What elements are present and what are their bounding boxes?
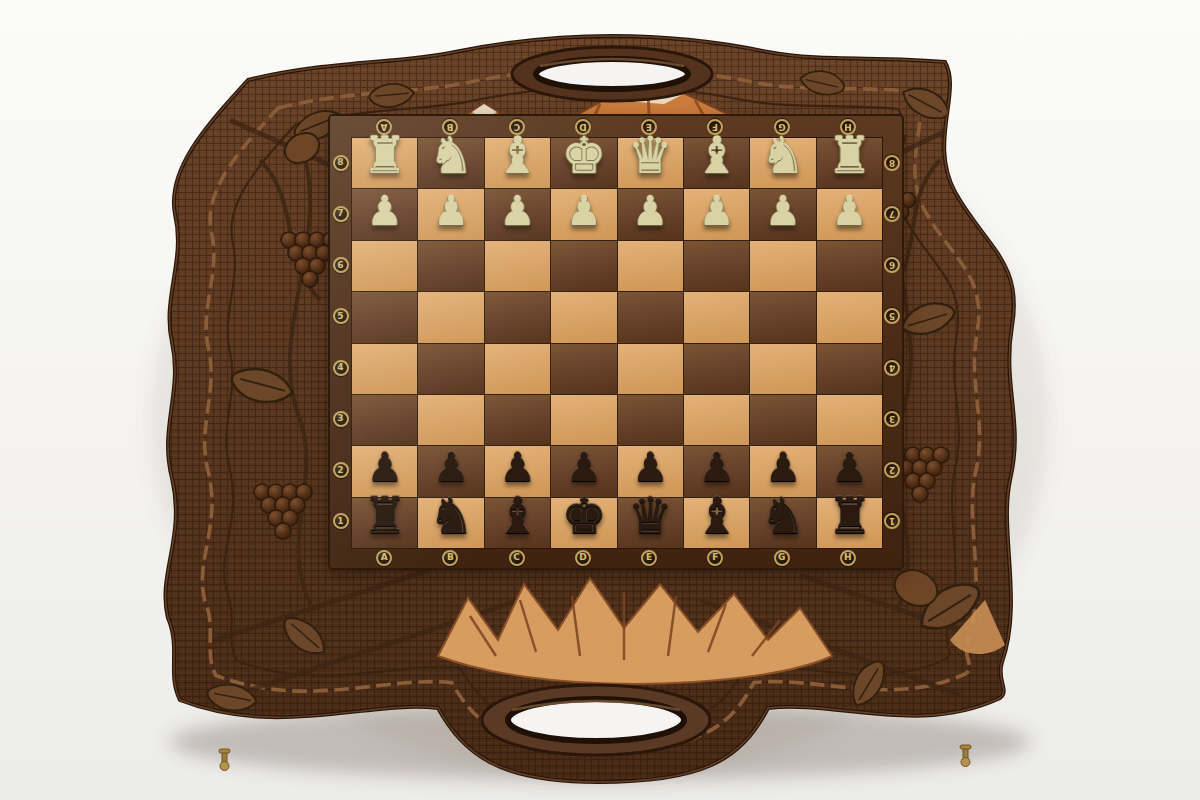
square-a7[interactable]: ♟ xyxy=(352,189,417,239)
white-knight-b8[interactable]: ♞ xyxy=(429,131,474,181)
square-g7[interactable]: ♟ xyxy=(750,189,815,239)
black-queen-e1[interactable]: ♛ xyxy=(628,491,673,541)
black-pawn-b2[interactable]: ♟ xyxy=(433,447,469,487)
top-handle[interactable] xyxy=(512,47,712,101)
file-label-g: G xyxy=(774,550,790,566)
square-g3[interactable] xyxy=(750,395,815,445)
white-pawn-e7[interactable]: ♟ xyxy=(632,191,668,231)
square-c4[interactable] xyxy=(485,344,550,394)
rank-label-1: 1 xyxy=(333,513,349,529)
square-b6[interactable] xyxy=(418,241,483,291)
square-d4[interactable] xyxy=(551,344,616,394)
file-label-b: B xyxy=(442,550,458,566)
square-d7[interactable]: ♟ xyxy=(551,189,616,239)
black-bishop-f1[interactable]: ♝ xyxy=(694,491,739,541)
rank-label-6: 6 xyxy=(884,257,900,273)
square-e1[interactable]: ♛ xyxy=(618,498,683,548)
rank-label-7: 7 xyxy=(333,206,349,222)
square-c5[interactable] xyxy=(485,292,550,342)
white-pawn-a7[interactable]: ♟ xyxy=(367,191,403,231)
square-c1[interactable]: ♝ xyxy=(485,498,550,548)
square-e4[interactable] xyxy=(618,344,683,394)
square-e3[interactable] xyxy=(618,395,683,445)
square-f1[interactable]: ♝ xyxy=(684,498,749,548)
square-f3[interactable] xyxy=(684,395,749,445)
rank-label-3: 3 xyxy=(884,411,900,427)
square-b3[interactable] xyxy=(418,395,483,445)
rank-label-4: 4 xyxy=(884,360,900,376)
square-e6[interactable] xyxy=(618,241,683,291)
square-c7[interactable]: ♟ xyxy=(485,189,550,239)
square-g1[interactable]: ♞ xyxy=(750,498,815,548)
rank-label-4: 4 xyxy=(333,360,349,376)
square-c3[interactable] xyxy=(485,395,550,445)
white-rook-h8[interactable]: ♜ xyxy=(827,131,872,181)
white-bishop-f8[interactable]: ♝ xyxy=(694,131,739,181)
white-pawn-c7[interactable]: ♟ xyxy=(500,191,536,231)
black-rook-h1[interactable]: ♜ xyxy=(827,491,872,541)
rank-labels-left: 87654321 xyxy=(330,137,351,547)
rank-label-8: 8 xyxy=(884,155,900,171)
square-g5[interactable] xyxy=(750,292,815,342)
square-g8[interactable]: ♞ xyxy=(750,138,815,188)
rank-label-3: 3 xyxy=(333,411,349,427)
rank-label-2: 2 xyxy=(333,462,349,478)
square-h4[interactable] xyxy=(817,344,882,394)
square-h6[interactable] xyxy=(817,241,882,291)
white-knight-g8[interactable]: ♞ xyxy=(761,131,806,181)
black-pawn-g2[interactable]: ♟ xyxy=(765,447,801,487)
black-pawn-f2[interactable]: ♟ xyxy=(699,447,735,487)
square-f6[interactable] xyxy=(684,241,749,291)
square-h7[interactable]: ♟ xyxy=(817,189,882,239)
black-knight-g1[interactable]: ♞ xyxy=(761,491,806,541)
rank-label-1: 1 xyxy=(884,513,900,529)
square-h1[interactable]: ♜ xyxy=(817,498,882,548)
file-label-c: C xyxy=(509,550,525,566)
square-a6[interactable] xyxy=(352,241,417,291)
square-b1[interactable]: ♞ xyxy=(418,498,483,548)
white-pawn-h7[interactable]: ♟ xyxy=(831,191,867,231)
chess-board: ABCDEFGH ABCDEFGH 87654321 87654321 ♜♞♝♚… xyxy=(330,116,902,568)
square-h8[interactable]: ♜ xyxy=(817,138,882,188)
square-f4[interactable] xyxy=(684,344,749,394)
square-e7[interactable]: ♟ xyxy=(618,189,683,239)
square-g4[interactable] xyxy=(750,344,815,394)
square-f8[interactable]: ♝ xyxy=(684,138,749,188)
file-labels-bottom: ABCDEFGH xyxy=(351,547,881,568)
square-d1[interactable]: ♚ xyxy=(551,498,616,548)
file-label-f: F xyxy=(707,550,723,566)
black-bishop-c1[interactable]: ♝ xyxy=(495,491,540,541)
square-h5[interactable] xyxy=(817,292,882,342)
black-pawn-h2[interactable]: ♟ xyxy=(831,447,867,487)
file-label-d: D xyxy=(575,550,591,566)
square-b5[interactable] xyxy=(418,292,483,342)
bottom-handle[interactable] xyxy=(482,685,710,755)
file-label-a: A xyxy=(376,550,392,566)
rank-label-8: 8 xyxy=(333,155,349,171)
square-b7[interactable]: ♟ xyxy=(418,189,483,239)
square-h3[interactable] xyxy=(817,395,882,445)
square-a8[interactable]: ♜ xyxy=(352,138,417,188)
rank-label-7: 7 xyxy=(884,206,900,222)
square-a3[interactable] xyxy=(352,395,417,445)
square-c8[interactable]: ♝ xyxy=(485,138,550,188)
square-d8[interactable]: ♚ xyxy=(551,138,616,188)
file-label-e: E xyxy=(641,550,657,566)
square-f7[interactable]: ♟ xyxy=(684,189,749,239)
white-pawn-d7[interactable]: ♟ xyxy=(566,191,602,231)
board-grid: ♜♞♝♚♛♝♞♜♟♟♟♟♟♟♟♟♟♟♟♟♟♟♟♟♜♞♝♚♛♝♞♜ xyxy=(351,137,883,549)
rank-label-5: 5 xyxy=(884,308,900,324)
photo-background: ABCDEFGH ABCDEFGH 87654321 87654321 ♜♞♝♚… xyxy=(0,0,1200,800)
rank-label-6: 6 xyxy=(333,257,349,273)
black-rook-a1[interactable]: ♜ xyxy=(362,491,407,541)
rank-label-5: 5 xyxy=(333,308,349,324)
black-pawn-d2[interactable]: ♟ xyxy=(566,447,602,487)
square-b4[interactable] xyxy=(418,344,483,394)
black-pawn-a2[interactable]: ♟ xyxy=(367,447,403,487)
white-bishop-c8[interactable]: ♝ xyxy=(495,131,540,181)
square-e5[interactable] xyxy=(618,292,683,342)
black-pawn-e2[interactable]: ♟ xyxy=(632,447,668,487)
file-label-h: H xyxy=(840,550,856,566)
square-d5[interactable] xyxy=(551,292,616,342)
square-c6[interactable] xyxy=(485,241,550,291)
square-f5[interactable] xyxy=(684,292,749,342)
square-e8[interactable]: ♛ xyxy=(618,138,683,188)
rank-label-2: 2 xyxy=(884,462,900,478)
square-a5[interactable] xyxy=(352,292,417,342)
square-a1[interactable]: ♜ xyxy=(352,498,417,548)
square-d3[interactable] xyxy=(551,395,616,445)
black-king-d1[interactable]: ♚ xyxy=(561,491,606,541)
white-pawn-b7[interactable]: ♟ xyxy=(433,191,469,231)
square-d6[interactable] xyxy=(551,241,616,291)
rank-labels-right: 87654321 xyxy=(881,137,902,547)
white-king-d8[interactable]: ♚ xyxy=(561,131,606,181)
square-b8[interactable]: ♞ xyxy=(418,138,483,188)
white-pawn-f7[interactable]: ♟ xyxy=(699,191,735,231)
white-queen-e8[interactable]: ♛ xyxy=(628,131,673,181)
square-a4[interactable] xyxy=(352,344,417,394)
black-pawn-c2[interactable]: ♟ xyxy=(500,447,536,487)
black-knight-b1[interactable]: ♞ xyxy=(429,491,474,541)
square-g6[interactable] xyxy=(750,241,815,291)
white-rook-a8[interactable]: ♜ xyxy=(362,131,407,181)
white-pawn-g7[interactable]: ♟ xyxy=(765,191,801,231)
